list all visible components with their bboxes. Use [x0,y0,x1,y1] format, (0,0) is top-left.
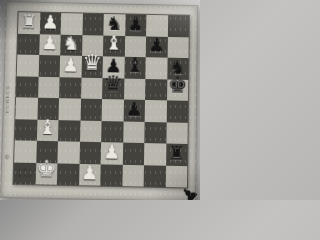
copyright-mark: © [4,153,10,160]
photo-table-background: { "game": "chess", "scene": { "descripti… [0,0,200,200]
square-r3c4[interactable]: ♛ [81,56,103,78]
square-r7c3[interactable] [57,141,79,163]
square-r8c1[interactable]: ✦✚✦ ✚✦✚ [13,162,35,184]
square-r7c7[interactable] [144,143,166,165]
black-queen-piece[interactable]: ♛ [103,74,123,94]
square-r7c6[interactable] [122,143,144,165]
square-r5c4[interactable] [80,99,102,121]
square-r7c8[interactable]: ♜ [166,144,188,166]
square-r1c8[interactable] [167,15,189,37]
square-r6c1[interactable] [15,119,37,141]
square-r3c6[interactable]: ♝ [124,57,146,79]
square-r3c7[interactable] [145,57,167,79]
black-knight-piece[interactable]: ♞ [106,13,123,33]
square-r6c3[interactable] [58,120,80,142]
square-r5c3[interactable] [59,98,81,120]
square-r3c2[interactable] [38,55,60,77]
white-king-piece[interactable]: ♚ [36,159,56,180]
square-r5c8[interactable] [166,100,188,122]
square-r8c4[interactable]: ♟ [79,163,101,185]
white-pawn-piece[interactable]: ♟ [42,11,59,31]
square-r5c6[interactable]: ♟ [123,99,145,121]
square-r4c1[interactable] [16,76,38,98]
white-rook-piece[interactable]: ♜ [20,11,37,31]
board-corner-emblem: ✦✚✦ ✚✦✚ [13,162,35,184]
square-r1c4[interactable] [82,14,104,36]
white-bishop-piece[interactable]: ♝ [38,117,57,137]
square-r4c4[interactable] [81,77,103,99]
square-r8c6[interactable] [122,164,144,186]
square-r4c8[interactable]: ♚ [167,79,189,101]
square-r6c4[interactable] [80,120,102,142]
chess-board: ♜♟♞♟♟♞♝♟♟♛♟♝♞♛♚♟♝♟♜✦✚✦ ✚✦✚♚♟ [12,11,190,188]
white-pawn-piece[interactable]: ♟ [41,33,58,53]
square-r4c2[interactable] [38,76,60,98]
square-r3c1[interactable] [17,55,39,77]
square-r6c2[interactable]: ♝ [36,119,58,141]
board-brand-text: ECHECS [5,53,16,113]
black-pawn-piece[interactable]: ♟ [125,98,142,118]
white-queen-piece[interactable]: ♛ [82,53,102,73]
white-pawn-piece[interactable]: ♟ [103,141,121,162]
square-r5c7[interactable] [145,100,167,122]
square-r5c5[interactable] [102,99,124,121]
black-pawn-piece[interactable]: ♟ [127,13,144,33]
square-r5c1[interactable] [15,97,37,119]
white-bishop-piece[interactable]: ♝ [105,33,123,53]
square-r2c2[interactable]: ♟ [39,34,61,56]
black-bishop-piece[interactable]: ♝ [126,55,144,75]
square-r4c3[interactable] [59,77,81,99]
square-r4c5[interactable]: ♛ [102,78,124,100]
square-r8c7[interactable] [144,165,166,187]
white-pawn-piece[interactable]: ♟ [81,162,99,183]
square-r7c5[interactable]: ♟ [101,142,123,164]
square-r3c3[interactable]: ♟ [60,55,82,77]
white-knight-piece[interactable]: ♞ [62,33,79,53]
square-r6c7[interactable] [144,121,166,143]
square-r2c1[interactable] [17,33,39,55]
square-r8c2[interactable]: ♚ [35,162,57,184]
black-king-piece[interactable]: ♚ [167,76,187,96]
square-r1c6[interactable]: ♟ [125,14,147,36]
square-r2c7[interactable]: ♟ [146,36,168,58]
black-pawn-piece[interactable]: ♟ [148,35,165,55]
white-pawn-piece[interactable]: ♟ [62,54,79,74]
square-r6c6[interactable] [123,121,145,143]
black-rook-piece[interactable]: ♜ [168,142,185,163]
square-r4c7[interactable] [145,79,167,101]
square-r8c3[interactable] [57,163,79,185]
square-r8c5[interactable] [100,164,122,186]
square-r1c1[interactable]: ♜ [18,12,40,34]
square-r7c1[interactable] [14,140,36,162]
chess-board-photo: ECHECS © ♜♟♞♟♟♞♝♟♟♛♟♝♞♛♚♟♝♟♜✦✚✦ ✚✦✚♚♟ ♟ [0,1,198,200]
